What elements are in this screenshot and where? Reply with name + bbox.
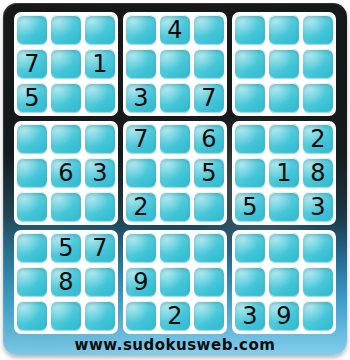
sudoku-box-3-3: 39: [232, 230, 336, 334]
cell-r1c9[interactable]: [303, 15, 333, 45]
cell-r9c5: 2: [160, 301, 190, 331]
cell-r8c2: 8: [51, 267, 81, 297]
cell-r6c4: 2: [126, 192, 156, 222]
cell-r6c1[interactable]: [17, 192, 47, 222]
cell-r9c6[interactable]: [194, 301, 224, 331]
cell-r4c5[interactable]: [160, 124, 190, 154]
footer-bar: www.sudokusweb.com: [14, 334, 336, 355]
sudoku-box-2-2: 7652: [123, 121, 227, 225]
cell-r4c6: 6: [194, 124, 224, 154]
cell-r3c5[interactable]: [160, 83, 190, 113]
cell-r6c9: 3: [303, 192, 333, 222]
cell-r1c1[interactable]: [17, 15, 47, 45]
cell-r7c2: 5: [51, 233, 81, 263]
cell-r5c5[interactable]: [160, 158, 190, 188]
sudoku-board: 715437637652218535789239 www.sudokusweb.…: [3, 3, 347, 355]
sudoku-box-2-1: 63: [14, 121, 118, 225]
cell-r4c3[interactable]: [85, 124, 115, 154]
box-cell-grid: [235, 15, 333, 113]
cell-r4c2[interactable]: [51, 124, 81, 154]
sudoku-grid: 715437637652218535789239: [14, 12, 336, 334]
cell-r3c7[interactable]: [235, 83, 265, 113]
cell-r5c1[interactable]: [17, 158, 47, 188]
cell-r2c8[interactable]: [269, 49, 299, 79]
cell-r2c4[interactable]: [126, 49, 156, 79]
sudoku-box-1-1: 715: [14, 12, 118, 116]
cell-r8c6[interactable]: [194, 267, 224, 297]
cell-r7c3: 7: [85, 233, 115, 263]
cell-r9c3[interactable]: [85, 301, 115, 331]
cell-r2c9[interactable]: [303, 49, 333, 79]
cell-r7c1[interactable]: [17, 233, 47, 263]
cell-r3c8[interactable]: [269, 83, 299, 113]
cell-r3c9[interactable]: [303, 83, 333, 113]
cell-r5c2: 6: [51, 158, 81, 188]
cell-r2c7[interactable]: [235, 49, 265, 79]
cell-r1c2[interactable]: [51, 15, 81, 45]
cell-r1c7[interactable]: [235, 15, 265, 45]
cell-r8c7[interactable]: [235, 267, 265, 297]
cell-r6c5[interactable]: [160, 192, 190, 222]
cell-r7c6[interactable]: [194, 233, 224, 263]
cell-r1c8[interactable]: [269, 15, 299, 45]
box-cell-grid: 39: [235, 233, 333, 331]
box-cell-grid: 437: [126, 15, 224, 113]
cell-r4c1[interactable]: [17, 124, 47, 154]
cell-r8c1[interactable]: [17, 267, 47, 297]
cell-r2c5[interactable]: [160, 49, 190, 79]
cell-r7c4[interactable]: [126, 233, 156, 263]
cell-r5c4[interactable]: [126, 158, 156, 188]
website-link[interactable]: www.sudokusweb.com: [75, 336, 276, 354]
sudoku-box-1-2: 437: [123, 12, 227, 116]
box-cell-grid: 7652: [126, 124, 224, 222]
cell-r1c6[interactable]: [194, 15, 224, 45]
cell-r3c4: 3: [126, 83, 156, 113]
cell-r8c3[interactable]: [85, 267, 115, 297]
cell-r8c9[interactable]: [303, 267, 333, 297]
cell-r9c4[interactable]: [126, 301, 156, 331]
sudoku-box-3-2: 92: [123, 230, 227, 334]
cell-r7c5[interactable]: [160, 233, 190, 263]
cell-r1c4[interactable]: [126, 15, 156, 45]
cell-r3c6: 7: [194, 83, 224, 113]
sudoku-box-1-3: [232, 12, 336, 116]
cell-r4c4: 7: [126, 124, 156, 154]
cell-r9c8: 9: [269, 301, 299, 331]
box-cell-grid: 715: [17, 15, 115, 113]
cell-r1c3[interactable]: [85, 15, 115, 45]
cell-r2c1: 7: [17, 49, 47, 79]
cell-r8c8[interactable]: [269, 267, 299, 297]
cell-r8c4: 9: [126, 267, 156, 297]
cell-r3c1: 5: [17, 83, 47, 113]
cell-r9c9[interactable]: [303, 301, 333, 331]
cell-r3c2[interactable]: [51, 83, 81, 113]
box-cell-grid: 92: [126, 233, 224, 331]
cell-r3c3[interactable]: [85, 83, 115, 113]
cell-r5c3: 3: [85, 158, 115, 188]
sudoku-box-3-1: 578: [14, 230, 118, 334]
cell-r5c8: 1: [269, 158, 299, 188]
cell-r6c8[interactable]: [269, 192, 299, 222]
cell-r7c7[interactable]: [235, 233, 265, 263]
cell-r7c8[interactable]: [269, 233, 299, 263]
box-cell-grid: 578: [17, 233, 115, 331]
cell-r2c6[interactable]: [194, 49, 224, 79]
cell-r2c3: 1: [85, 49, 115, 79]
cell-r6c3[interactable]: [85, 192, 115, 222]
cell-r7c9[interactable]: [303, 233, 333, 263]
cell-r5c6: 5: [194, 158, 224, 188]
cell-r6c2[interactable]: [51, 192, 81, 222]
cell-r5c9: 8: [303, 158, 333, 188]
cell-r1c5: 4: [160, 15, 190, 45]
cell-r4c9: 2: [303, 124, 333, 154]
box-cell-grid: 21853: [235, 124, 333, 222]
cell-r4c8[interactable]: [269, 124, 299, 154]
cell-r8c5[interactable]: [160, 267, 190, 297]
sudoku-box-2-3: 21853: [232, 121, 336, 225]
cell-r9c2[interactable]: [51, 301, 81, 331]
cell-r6c7: 5: [235, 192, 265, 222]
cell-r9c1[interactable]: [17, 301, 47, 331]
cell-r9c7: 3: [235, 301, 265, 331]
cell-r4c7[interactable]: [235, 124, 265, 154]
cell-r2c2[interactable]: [51, 49, 81, 79]
box-cell-grid: 63: [17, 124, 115, 222]
cell-r6c6[interactable]: [194, 192, 224, 222]
cell-r5c7[interactable]: [235, 158, 265, 188]
